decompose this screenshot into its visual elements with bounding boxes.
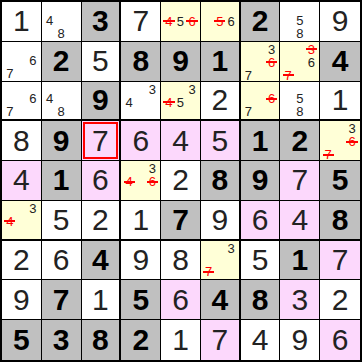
solved-digit: 9 <box>201 201 239 239</box>
solved-digit: 6 <box>82 161 120 200</box>
cell-r6c7[interactable]: 6 <box>241 201 281 241</box>
candidate-4-eliminated: 4 <box>163 96 175 109</box>
candidate-7-eliminated: 7 <box>282 69 294 82</box>
solved-digit: 1 <box>2 2 41 41</box>
cell-r5c9[interactable]: 5 <box>320 161 360 201</box>
cell-r9c3[interactable]: 8 <box>82 320 122 360</box>
solved-digit: 1 <box>82 280 120 319</box>
cell-r4c8[interactable]: 2 <box>280 121 320 161</box>
given-digit: 5 <box>2 320 41 360</box>
cell-r7c6[interactable]: 37 <box>201 241 241 281</box>
solved-digit: 5 <box>241 241 280 280</box>
given-digit: 9 <box>42 121 81 160</box>
candidate-6: 6 <box>306 56 318 69</box>
cell-r7c2[interactable]: 6 <box>42 241 82 281</box>
cell-r9c6[interactable]: 7 <box>201 320 241 360</box>
candidate-7-eliminated: 7 <box>203 265 214 278</box>
cell-r6c9[interactable]: 8 <box>320 201 360 241</box>
cell-r9c4[interactable]: 2 <box>121 320 161 360</box>
cell-r2c6[interactable]: 1 <box>201 42 241 82</box>
solved-digit: 7 <box>121 2 160 41</box>
solved-digit: 2 <box>161 161 200 200</box>
cell-r4c4[interactable]: 6 <box>121 121 161 161</box>
cell-r7c4[interactable]: 9 <box>121 241 161 281</box>
given-digit: 7 <box>161 201 200 239</box>
cell-r6c1[interactable]: 34 <box>2 201 42 241</box>
cell-r5c2[interactable]: 1 <box>42 161 82 201</box>
solved-digit: 6 <box>320 320 360 360</box>
given-digit: 2 <box>241 2 280 41</box>
cell-r8c1[interactable]: 9 <box>2 280 42 320</box>
cell-r5c8[interactable]: 7 <box>280 161 320 201</box>
candidate-4-eliminated: 4 <box>163 15 175 28</box>
solved-digit: 9 <box>2 280 41 319</box>
cell-r3c4[interactable]: 34 <box>121 82 161 122</box>
candidate-6-eliminated: 6 <box>346 135 358 148</box>
cell-r4c5[interactable]: 4 <box>161 121 201 161</box>
given-digit: 1 <box>42 161 81 200</box>
cell-r7c7[interactable]: 5 <box>241 241 281 281</box>
candidate-7: 7 <box>243 69 255 82</box>
given-digit: 8 <box>82 320 120 360</box>
candidate-4-eliminated: 4 <box>4 215 16 228</box>
cell-r9c1[interactable]: 5 <box>2 320 42 360</box>
pencil-marks: 67 <box>2 42 41 81</box>
solved-digit: 7 <box>201 320 239 360</box>
cell-r9c5[interactable]: 1 <box>161 320 201 360</box>
cell-r5c6[interactable]: 8 <box>201 161 241 201</box>
cell-r4c2[interactable]: 9 <box>42 121 82 161</box>
candidate-6: 6 <box>27 92 39 105</box>
candidate-4: 4 <box>44 14 56 27</box>
candidate-7-eliminated: 7 <box>322 148 334 161</box>
solved-digit: 2 <box>2 241 41 280</box>
pencil-marks: 58 <box>280 82 319 120</box>
pencil-marks: 367 <box>320 121 360 160</box>
cell-r6c5[interactable]: 7 <box>161 201 201 241</box>
candidate-8: 8 <box>55 105 67 118</box>
candidate-3: 3 <box>27 202 39 215</box>
cell-r9c8[interactable]: 9 <box>280 320 320 360</box>
cell-r8c7[interactable]: 8 <box>241 280 281 320</box>
cell-r1c1[interactable]: 1 <box>2 2 42 42</box>
given-digit: 3 <box>82 2 120 41</box>
candidate-7: 7 <box>4 105 16 118</box>
cell-r6c6[interactable]: 9 <box>201 201 241 241</box>
cell-r7c8[interactable]: 1 <box>280 241 320 281</box>
solved-digit: 4 <box>241 320 280 360</box>
cell-r2c4[interactable]: 8 <box>121 42 161 82</box>
solved-digit: 5 <box>42 201 81 239</box>
cell-r1c6[interactable]: 56 <box>201 2 241 42</box>
solved-digit: 5 <box>82 42 120 81</box>
pencil-marks: 56 <box>201 2 239 41</box>
cell-r1c7[interactable]: 2 <box>241 2 281 42</box>
cell-r3c5[interactable]: 345 <box>161 82 201 122</box>
pencil-marks: 67 <box>2 82 41 120</box>
solved-digit: 3 <box>280 280 319 319</box>
given-digit: 2 <box>121 320 160 360</box>
cell-r8c8[interactable]: 3 <box>280 280 320 320</box>
solved-digit: 2 <box>320 280 360 319</box>
cell-r3c9[interactable]: 1 <box>320 82 360 122</box>
given-digit: 2 <box>42 42 81 81</box>
solved-digit: 2 <box>82 201 120 239</box>
solved-digit: 7 <box>320 241 360 280</box>
solved-digit: 1 <box>121 201 160 239</box>
cell-r8c5[interactable]: 6 <box>161 280 201 320</box>
pencil-marks: 346 <box>121 161 160 200</box>
given-digit: 4 <box>201 280 239 319</box>
solved-digit: 4 <box>2 161 41 200</box>
cell-r5c5[interactable]: 2 <box>161 161 201 201</box>
candidate-8: 8 <box>55 27 67 40</box>
cell-r9c2[interactable]: 3 <box>42 320 82 360</box>
solved-digit: 6 <box>241 201 280 239</box>
given-digit: 8 <box>121 42 160 81</box>
pencil-marks: 34 <box>121 82 160 120</box>
given-digit: 9 <box>241 161 280 200</box>
cell-r2c9[interactable]: 4 <box>320 42 360 82</box>
given-digit: 1 <box>241 121 280 160</box>
solved-digit: 7 <box>280 161 319 200</box>
pencil-marks: 367 <box>280 42 319 81</box>
cell-r1c9[interactable]: 9 <box>320 2 360 42</box>
cell-r3c7[interactable]: 67 <box>241 82 281 122</box>
cell-r7c9[interactable]: 7 <box>320 241 360 281</box>
cell-r2c8[interactable]: 367 <box>280 42 320 82</box>
given-digit: 5 <box>121 280 160 319</box>
cell-r5c3[interactable]: 6 <box>82 161 122 201</box>
sudoku-board: 1483745656258967258913673674674893434526… <box>0 0 362 362</box>
cell-r5c1[interactable]: 4 <box>2 161 42 201</box>
given-digit: 1 <box>201 42 239 81</box>
candidate-3: 3 <box>147 83 159 96</box>
solved-digit: 9 <box>280 320 319 360</box>
solved-digit: 6 <box>121 121 160 160</box>
candidate-3: 3 <box>266 43 278 56</box>
cell-r6c4[interactable]: 1 <box>121 201 161 241</box>
cell-r5c7[interactable]: 9 <box>241 161 281 201</box>
cell-r3c8[interactable]: 58 <box>280 82 320 122</box>
cell-r4c1[interactable]: 8 <box>2 121 42 161</box>
cell-r6c2[interactable]: 5 <box>42 201 82 241</box>
solved-digit: 7 <box>82 121 120 160</box>
solved-digit: 5 <box>201 121 239 160</box>
cell-r4c7[interactable]: 1 <box>241 121 281 161</box>
solved-digit: 4 <box>161 121 200 160</box>
solved-digit: 1 <box>161 320 200 360</box>
solved-digit: 9 <box>121 241 160 280</box>
pencil-marks: 48 <box>42 82 81 120</box>
candidate-6: 6 <box>27 54 39 67</box>
solved-digit: 2 <box>201 82 239 120</box>
cell-r8c3[interactable]: 1 <box>82 280 122 320</box>
cell-r1c8[interactable]: 58 <box>280 2 320 42</box>
solved-digit: 6 <box>42 241 81 280</box>
candidate-3: 3 <box>186 83 198 96</box>
candidate-3-eliminated: 3 <box>306 43 318 56</box>
candidate-4-eliminated: 4 <box>123 175 135 188</box>
candidate-7: 7 <box>4 67 16 80</box>
cell-r1c2[interactable]: 48 <box>42 2 82 42</box>
cell-r1c5[interactable]: 456 <box>161 2 201 42</box>
cell-r8c2[interactable]: 7 <box>42 280 82 320</box>
cell-r7c3[interactable]: 4 <box>82 241 122 281</box>
cell-r2c2[interactable]: 2 <box>42 42 82 82</box>
solved-digit: 9 <box>320 2 360 41</box>
given-digit: 9 <box>161 42 200 81</box>
cell-r8c6[interactable]: 4 <box>201 280 241 320</box>
cell-r8c9[interactable]: 2 <box>320 280 360 320</box>
cell-r4c9[interactable]: 367 <box>320 121 360 161</box>
given-digit: 7 <box>42 280 81 319</box>
candidate-6-eliminated: 6 <box>266 56 278 69</box>
given-digit: 4 <box>320 42 360 81</box>
cell-r3c3[interactable]: 9 <box>82 82 122 122</box>
given-digit: 3 <box>42 320 81 360</box>
cell-r9c7[interactable]: 4 <box>241 320 281 360</box>
candidate-4: 4 <box>44 92 56 105</box>
pencil-marks: 37 <box>201 241 239 280</box>
pencil-marks: 456 <box>161 2 200 41</box>
cell-r3c1[interactable]: 67 <box>2 82 42 122</box>
cell-r6c3[interactable]: 2 <box>82 201 122 241</box>
cell-r7c5[interactable]: 8 <box>161 241 201 281</box>
pencil-marks: 48 <box>42 2 81 41</box>
cell-r3c6[interactable]: 2 <box>201 82 241 122</box>
given-digit: 2 <box>280 121 319 160</box>
pencil-marks: 67 <box>241 82 280 120</box>
pencil-marks: 345 <box>161 82 200 120</box>
given-digit: 8 <box>241 280 280 319</box>
candidate-6-eliminated: 6 <box>147 175 159 188</box>
cell-r5c4[interactable]: 346 <box>121 161 161 201</box>
pencil-marks: 58 <box>280 2 319 41</box>
given-digit: 4 <box>82 241 120 280</box>
cell-r9c9[interactable]: 6 <box>320 320 360 360</box>
cell-r4c6[interactable]: 5 <box>201 121 241 161</box>
cell-r2c3[interactable]: 5 <box>82 42 122 82</box>
pencil-marks: 34 <box>2 201 41 239</box>
cell-r3c2[interactable]: 48 <box>42 82 82 122</box>
candidate-5: 5 <box>175 15 187 28</box>
candidate-5-eliminated: 5 <box>214 15 225 28</box>
candidate-3: 3 <box>225 242 236 255</box>
cell-r1c4[interactable]: 7 <box>121 2 161 42</box>
given-digit: 8 <box>320 201 360 239</box>
cell-r7c1[interactable]: 2 <box>2 241 42 281</box>
cell-r2c1[interactable]: 67 <box>2 42 42 82</box>
cell-r1c3[interactable]: 3 <box>82 2 122 42</box>
candidate-6-eliminated: 6 <box>266 92 278 105</box>
solved-digit: 4 <box>280 201 319 239</box>
given-digit: 9 <box>82 82 120 120</box>
candidate-5: 5 <box>175 96 187 109</box>
given-digit: 1 <box>280 241 319 280</box>
pencil-marks: 367 <box>241 42 280 81</box>
solved-digit: 6 <box>161 280 200 319</box>
cell-r8c4[interactable]: 5 <box>121 280 161 320</box>
candidate-5: 5 <box>294 14 306 27</box>
candidate-4: 4 <box>123 96 135 109</box>
cell-r6c8[interactable]: 4 <box>280 201 320 241</box>
cell-r2c7[interactable]: 367 <box>241 42 281 82</box>
cell-r4c3[interactable]: 7 <box>82 121 122 161</box>
candidate-8: 8 <box>294 27 306 40</box>
solved-digit: 8 <box>161 241 200 280</box>
candidate-6-eliminated: 6 <box>186 15 198 28</box>
candidate-6: 6 <box>225 15 236 28</box>
cell-r2c5[interactable]: 9 <box>161 42 201 82</box>
solved-digit: 8 <box>2 121 41 160</box>
given-digit: 8 <box>201 161 239 200</box>
candidate-8: 8 <box>294 105 306 118</box>
solved-digit: 1 <box>320 82 360 120</box>
given-digit: 5 <box>320 161 360 200</box>
candidate-7: 7 <box>243 105 255 118</box>
